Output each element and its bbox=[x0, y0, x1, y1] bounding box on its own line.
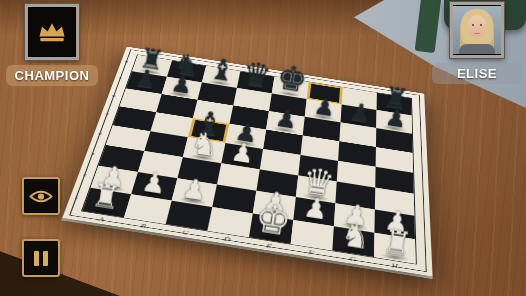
square-d1[interactable] bbox=[207, 207, 252, 237]
elise-name-label: ELISE bbox=[432, 63, 522, 84]
chess-board[interactable]: ♜♞♝♛♚♜♟♟♟♟♟♟♝♟♞♟♛♟♟♟♟♟♟♟♜♚♞♜ bbox=[82, 55, 415, 264]
pause-icon bbox=[34, 251, 48, 266]
rank-label-7: 7 bbox=[118, 76, 123, 80]
piece-black-queen-d8[interactable]: ♛ bbox=[237, 56, 277, 93]
player-panel-elise: ELISE bbox=[432, 2, 522, 84]
crown-icon bbox=[37, 20, 67, 44]
eye-icon bbox=[29, 189, 53, 204]
square-b1[interactable] bbox=[124, 194, 172, 224]
board-frame: ♜♞♝♛♚♜♟♟♟♟♟♟♝♟♞♟♛♟♟♟♟♟♟♟♜♚♞♜ ABCDEFGH 87… bbox=[62, 47, 432, 277]
elise-avatar-frame[interactable] bbox=[450, 2, 504, 58]
piece-black-pawn-b7[interactable]: ♟ bbox=[162, 70, 201, 99]
board-scene: ♜♞♝♛♚♜♟♟♟♟♟♟♝♟♞♟♛♟♟♟♟♟♟♟♜♚♞♜ ABCDEFGH 87… bbox=[28, 0, 498, 296]
eye-button[interactable] bbox=[22, 177, 60, 215]
piece-black-pawn-h7[interactable]: ♟ bbox=[376, 104, 415, 133]
rank-label-8: 8 bbox=[124, 60, 128, 64]
piece-black-pawn-g7[interactable]: ♟ bbox=[341, 98, 380, 127]
woman-avatar bbox=[453, 6, 501, 54]
player-panel-champion: CHAMPION bbox=[6, 4, 98, 86]
pause-button[interactable] bbox=[22, 239, 60, 277]
app-root: { "game": "chess", "app": { "view": "3d-… bbox=[0, 0, 526, 296]
rank-label-5: 5 bbox=[105, 112, 110, 116]
champion-name-label: CHAMPION bbox=[6, 65, 98, 86]
piece-white-king-e1[interactable]: ♚ bbox=[249, 197, 297, 243]
square-e1[interactable]: ♚ bbox=[249, 213, 293, 243]
rank-label-6: 6 bbox=[112, 94, 117, 98]
rank-label-4: 4 bbox=[98, 131, 103, 136]
piece-black-king-e8[interactable]: ♚ bbox=[272, 60, 312, 99]
rank-label-1: 1 bbox=[74, 195, 80, 200]
board-3d-tilt: ♜♞♝♛♚♜♟♟♟♟♟♟♝♟♞♟♛♟♟♟♟♟♟♟♜♚♞♜ ABCDEFGH 87… bbox=[62, 47, 432, 277]
avatar-torso bbox=[459, 44, 495, 54]
avatar-face bbox=[468, 15, 486, 38]
square-f1[interactable] bbox=[291, 220, 334, 251]
piece-black-pawn-f7[interactable]: ♟ bbox=[305, 92, 344, 121]
champion-badge[interactable] bbox=[25, 4, 79, 60]
square-a1[interactable]: ♜ bbox=[82, 188, 131, 218]
piece-white-knight-c4[interactable]: ♞ bbox=[183, 126, 226, 162]
piece-white-rook-a1[interactable]: ♜ bbox=[83, 178, 130, 216]
piece-white-knight-g1[interactable]: ♞ bbox=[332, 216, 379, 255]
square-g1[interactable]: ♞ bbox=[332, 226, 374, 257]
piece-black-bishop-c8[interactable]: ♝ bbox=[202, 53, 241, 87]
piece-black-pawn-a7[interactable]: ♟ bbox=[126, 64, 165, 93]
rank-label-3: 3 bbox=[90, 151, 95, 156]
piece-white-rook-h1[interactable]: ♜ bbox=[374, 224, 421, 262]
rank-label-2: 2 bbox=[82, 173, 87, 178]
square-d4[interactable]: ♟ bbox=[221, 143, 263, 169]
square-h1[interactable]: ♜ bbox=[374, 233, 416, 264]
square-c1[interactable] bbox=[166, 201, 213, 231]
